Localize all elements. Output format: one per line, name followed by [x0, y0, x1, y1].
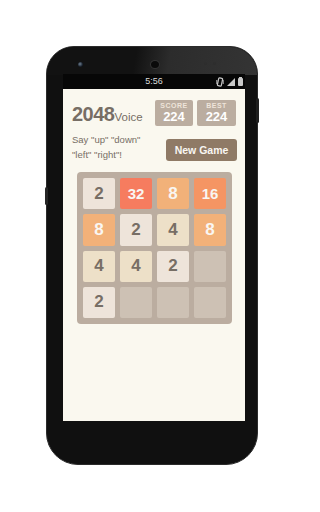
tile-2: 2: [83, 178, 115, 209]
status-bar: 5:56: [63, 74, 245, 89]
tile-4: 4: [120, 251, 152, 282]
voice-instructions-line1: Say "up" "down": [72, 133, 140, 148]
tile-16: 16: [194, 178, 226, 209]
best-value: 224: [206, 110, 228, 124]
proximity-sensor: [204, 62, 207, 65]
app-title: 2048Voice: [72, 103, 143, 126]
empty-cell: [120, 287, 152, 318]
voice-instructions: Say "up" "down" "left" "right"!: [72, 133, 140, 162]
tile-32: 32: [120, 178, 152, 209]
tile-8: 8: [194, 214, 226, 245]
empty-cell: [157, 287, 189, 318]
tile-2: 2: [157, 251, 189, 282]
board-grid[interactable]: 23281682484422: [77, 172, 232, 324]
volume-button: [45, 187, 48, 205]
new-game-button[interactable]: New Game: [166, 139, 237, 161]
battery-icon: [238, 78, 243, 86]
phone-screen: 5:56 2048Voice SCORE 224: [63, 74, 245, 421]
front-camera: [78, 62, 83, 67]
empty-cell: [194, 251, 226, 282]
score-value: 224: [163, 110, 185, 124]
status-icons: [216, 74, 243, 89]
app-title-suffix: Voice: [115, 111, 143, 123]
voice-instructions-line2: "left" "right"!: [72, 148, 140, 163]
signal-icon: [227, 78, 235, 86]
power-button: [256, 98, 259, 123]
phone-frame: 5:56 2048Voice SCORE 224: [46, 46, 258, 465]
empty-cell: [194, 287, 226, 318]
tile-8: 8: [83, 214, 115, 245]
tile-4: 4: [83, 251, 115, 282]
vibrate-icon: [216, 77, 224, 87]
ambient-sensor: [213, 62, 216, 65]
best-box: BEST 224: [197, 100, 236, 126]
app-title-main: 2048: [72, 103, 115, 125]
tile-2: 2: [120, 214, 152, 245]
app-content: 2048Voice SCORE 224 BEST 224 Say "up" "d…: [63, 89, 245, 421]
earpiece-speaker: [150, 60, 160, 69]
tile-4: 4: [157, 214, 189, 245]
tile-2: 2: [83, 287, 115, 318]
tile-8: 8: [157, 178, 189, 209]
score-box: SCORE 224: [155, 100, 193, 126]
